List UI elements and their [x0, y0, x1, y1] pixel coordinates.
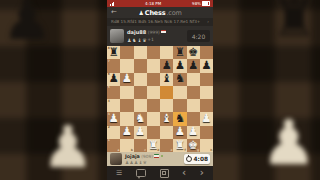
square-h3[interactable]: ♟ [200, 112, 213, 125]
logo-text-chess: Chess [145, 9, 166, 17]
square-f6[interactable]: ♞ [173, 73, 186, 86]
rank-label: 7 [108, 60, 110, 63]
player-username[interactable]: Jojaja [125, 154, 140, 159]
piece-white-pawn: ♟ [173, 126, 186, 139]
opponent-captured-pieces: ♟ ♞ ♝ ♛ [127, 37, 146, 43]
player-rating: (909) [141, 154, 153, 159]
square-g2[interactable]: ♟ [187, 126, 200, 139]
move-list-strip[interactable]: Rd8 15.Rfd1 Bd5 16.Ne5 Nc6 17.Re1 Nf3+ › [107, 18, 213, 26]
piece-white-rook: ♜ [173, 139, 186, 152]
chat-icon[interactable] [136, 169, 146, 178]
square-c2[interactable]: ♟ [134, 126, 147, 139]
square-c8[interactable] [134, 46, 147, 59]
blurred-black-rook: ♜ [271, 0, 318, 44]
square-b1[interactable]: b [120, 139, 133, 152]
square-e3[interactable]: ♝ [160, 112, 173, 125]
blurred-white-pawn: ♟ [42, 118, 94, 176]
app-header: ← ♟ Chess .com [107, 7, 213, 18]
player-avatar[interactable] [110, 153, 122, 165]
logo-text-com: .com [166, 9, 181, 17]
square-a8[interactable]: 8♜ [107, 46, 120, 59]
player-flag-icon [154, 154, 159, 158]
piece-black-pawn: ♟ [187, 59, 200, 72]
square-h5[interactable] [200, 86, 213, 99]
battery-icon [202, 1, 210, 6]
menu-icon[interactable]: ☰ [116, 170, 122, 177]
battery-percent: 98% [192, 1, 201, 6]
square-a1[interactable]: 1a [107, 139, 120, 152]
square-a2[interactable]: 2 [107, 126, 120, 139]
piece-white-pawn: ♟ [134, 126, 147, 139]
piece-white-king: ♚ [187, 139, 200, 152]
square-h6[interactable] [200, 73, 213, 86]
previous-move-icon[interactable]: ‹ [182, 168, 186, 178]
opponent-clock: 4:20 [187, 30, 210, 42]
piece-black-pawn: ♟ [107, 73, 120, 86]
move-list-text: Rd8 15.Rfd1 Bd5 16.Ne5 Nc6 17.Re1 Nf3+ [111, 18, 200, 26]
analysis-icon[interactable] [160, 169, 169, 178]
square-e5[interactable] [160, 86, 173, 99]
square-f1[interactable]: f♜ [173, 139, 186, 152]
square-e1[interactable]: e [160, 139, 173, 152]
chess-board: 8♜♜♚7♟♟♟♟6♟♟♝♞543♟♞♝♞♟2♟♟♟♟1abcd♜ef♜g♚h [107, 46, 213, 152]
square-e2[interactable] [160, 126, 173, 139]
blurred-black-pawn: ♟ [2, 0, 52, 48]
battery-indicator: 98% [192, 1, 210, 6]
rank-label: 1 [108, 139, 110, 142]
next-move-icon[interactable]: › [200, 168, 204, 178]
blurred-white-pawn: ♟ [261, 112, 317, 174]
square-d2[interactable] [147, 126, 160, 139]
online-status-dot [161, 155, 164, 158]
square-a5[interactable]: 5 [107, 86, 120, 99]
piece-white-pawn: ♟ [187, 126, 200, 139]
square-g7[interactable]: ♟ [187, 59, 200, 72]
opponent-flag-icon [161, 30, 166, 34]
player-clock: 4:08 [184, 154, 210, 164]
opponent-avatar[interactable] [110, 29, 124, 43]
phone-screenshot: 4:18 PM 98% ← ♟ Chess .com Rd8 15.Rfd1 B… [107, 0, 213, 180]
square-b5[interactable] [120, 86, 133, 99]
signal-icon [110, 2, 114, 6]
square-d1[interactable]: d♜ [147, 139, 160, 152]
square-d8[interactable] [147, 46, 160, 59]
status-bar: 4:18 PM 98% [107, 0, 213, 7]
pawn-logo-icon: ♟ [138, 9, 143, 16]
square-f5[interactable] [173, 86, 186, 99]
piece-white-rook: ♜ [147, 139, 160, 152]
opponent-clock-time: 4:20 [192, 33, 205, 40]
square-c5[interactable] [134, 86, 147, 99]
status-time: 4:18 PM [145, 1, 161, 6]
square-f2[interactable]: ♟ [173, 126, 186, 139]
square-d6[interactable] [147, 73, 160, 86]
square-d4[interactable] [147, 99, 160, 112]
piece-black-bishop: ♝ [160, 73, 173, 86]
background-right-panel: ♜ ♟ [213, 0, 320, 180]
square-b4[interactable] [120, 99, 133, 112]
square-b8[interactable] [120, 46, 133, 59]
square-g5[interactable] [187, 86, 200, 99]
piece-black-knight: ♞ [173, 73, 186, 86]
square-c7[interactable] [134, 59, 147, 72]
piece-white-pawn: ♟ [120, 126, 133, 139]
square-b2[interactable]: ♟ [120, 126, 133, 139]
piece-white-pawn: ♟ [200, 112, 213, 125]
screenshot-root: ♟ ♟ ♜ ♟ 4:18 PM 98% ← ♟ Chess .com [0, 0, 320, 180]
piece-black-rook: ♜ [107, 46, 120, 59]
piece-white-pawn: ♟ [120, 73, 133, 86]
square-d3[interactable] [147, 112, 160, 125]
back-button[interactable]: ← [111, 7, 117, 18]
player-clock-time: 4:08 [194, 156, 208, 162]
move-list-expand-icon[interactable]: › [207, 18, 209, 26]
player-captured-pieces: ♟ ♟ ♟ ♝ ♛ [125, 160, 146, 165]
opponent-material-score: +1 [147, 37, 154, 42]
player-bar: Jojaja (909) ♟ ♟ ♟ ♝ ♛ 4:08 [107, 152, 213, 166]
piece-black-pawn: ♟ [200, 59, 213, 72]
square-g6[interactable] [187, 73, 200, 86]
game-toolbar: ☰ ‹ › [107, 166, 213, 180]
square-c1[interactable]: c [134, 139, 147, 152]
rank-label: 4 [108, 100, 110, 103]
piece-white-pawn: ♟ [107, 112, 120, 125]
opponent-username[interactable]: daju88 [127, 29, 146, 35]
square-d7[interactable] [147, 59, 160, 72]
chesscom-logo: ♟ Chess .com [138, 9, 181, 17]
square-h2[interactable] [200, 126, 213, 139]
square-c6[interactable] [134, 73, 147, 86]
square-h1[interactable]: h [200, 139, 213, 152]
square-b6[interactable]: ♟ [120, 73, 133, 86]
opponent-player-bar: daju88 (999) ♟ ♞ ♝ ♛ +1 4:20 [107, 26, 213, 46]
stopwatch-icon [186, 156, 192, 162]
square-g4[interactable] [187, 99, 200, 112]
rank-label: 2 [108, 126, 110, 129]
square-a6[interactable]: 6♟ [107, 73, 120, 86]
square-g1[interactable]: g♚ [187, 139, 200, 152]
square-e6[interactable]: ♝ [160, 73, 173, 86]
piece-white-bishop: ♝ [160, 112, 173, 125]
square-a3[interactable]: 3♟ [107, 112, 120, 125]
square-d5[interactable] [147, 86, 160, 99]
square-h7[interactable]: ♟ [200, 59, 213, 72]
opponent-rating: (999) [148, 30, 160, 35]
background-left-panel: ♟ ♟ [0, 0, 107, 180]
rank-label: 5 [108, 86, 110, 89]
